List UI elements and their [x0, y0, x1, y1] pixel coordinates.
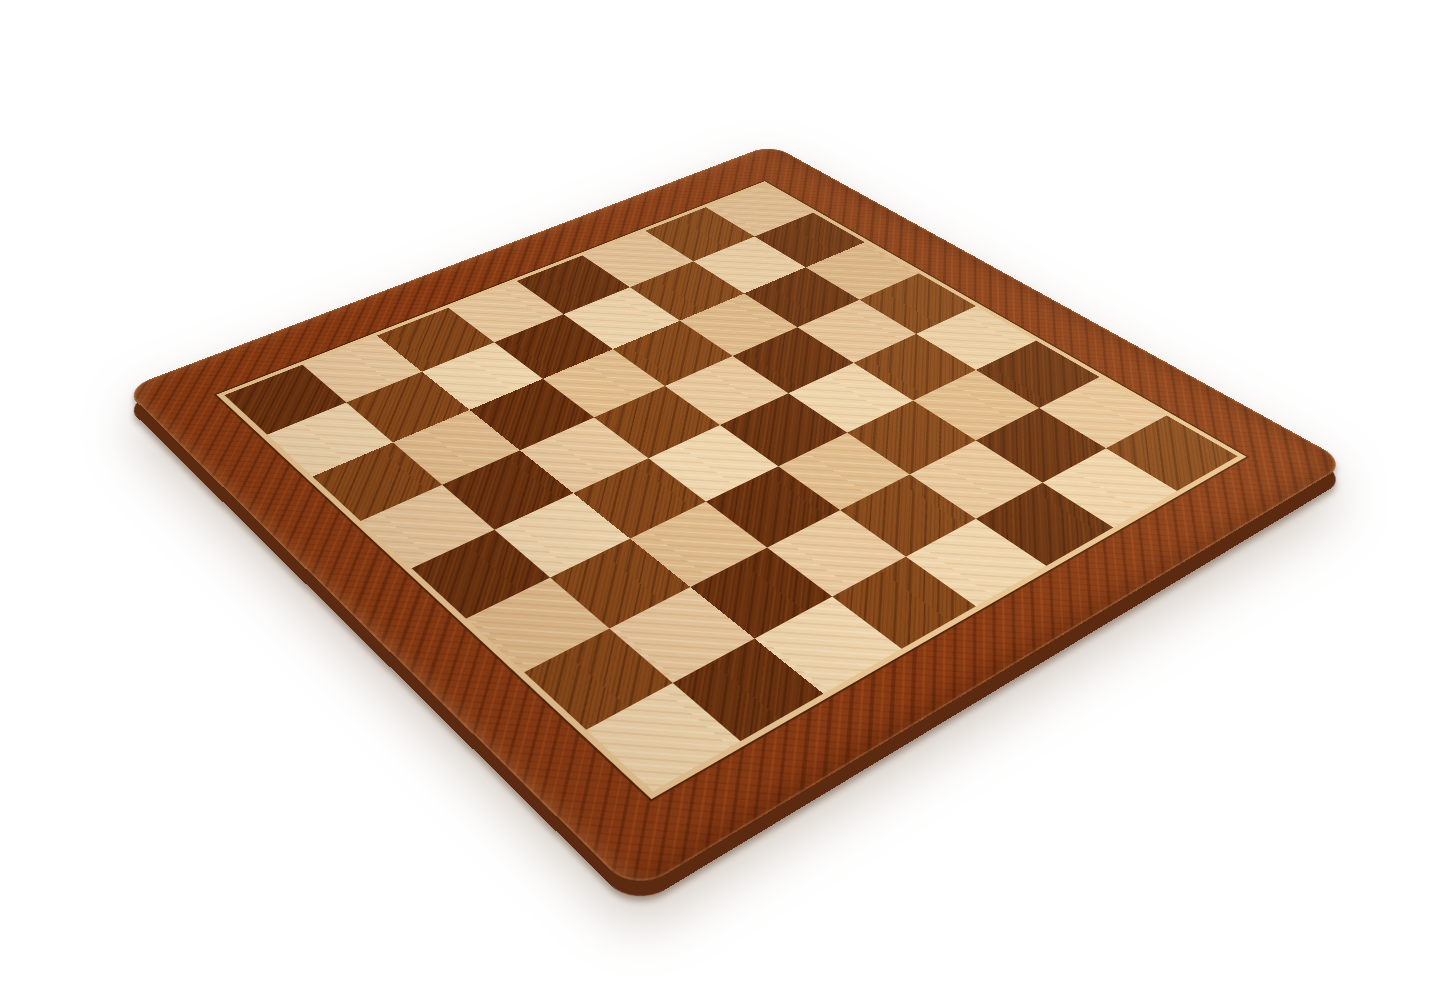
product-photo-scene [0, 0, 1445, 1002]
board-inlay-line [216, 181, 1246, 799]
board-grid [224, 184, 1237, 791]
chess-board [124, 144, 1348, 893]
board-wrapper [285, 0, 1155, 860]
